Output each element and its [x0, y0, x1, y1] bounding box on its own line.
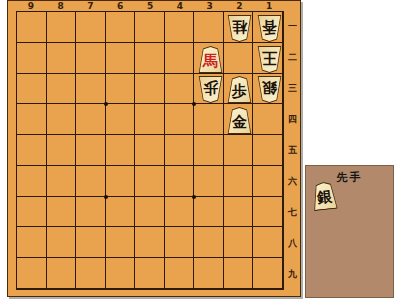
file-label-1: 1: [254, 1, 284, 11]
rank-label-9: 九: [284, 259, 301, 290]
file-label-8: 8: [46, 1, 76, 11]
rank-label-2: 二: [284, 42, 301, 73]
file-label-7: 7: [76, 1, 106, 11]
piece-3c-gote-pawn[interactable]: 歩: [198, 76, 223, 103]
file-label-5: 5: [135, 1, 165, 11]
piece-2a-gote-knight[interactable]: 桂: [227, 15, 252, 42]
rank-label-7: 七: [284, 197, 301, 228]
rank-label-4: 四: [284, 104, 301, 135]
shogi-board: 9 8 7 6 5 4 3 2 1 桂 香: [7, 0, 301, 297]
rank-label-5: 五: [284, 135, 301, 166]
rank-label-6: 六: [284, 166, 301, 197]
file-label-9: 9: [16, 1, 46, 11]
shogi-diagram: 9 8 7 6 5 4 3 2 1 桂 香: [0, 0, 400, 302]
piece-kanji: 銀: [311, 181, 339, 211]
file-label-2: 2: [224, 1, 254, 11]
rank-labels: 一 二 三 四 五 六 七 八 九: [284, 11, 301, 290]
piece-kanji: 歩: [198, 76, 223, 103]
file-label-3: 3: [195, 1, 225, 11]
file-labels: 9 8 7 6 5 4 3 2 1: [16, 1, 284, 11]
star-point: [192, 195, 196, 199]
star-point: [104, 195, 108, 199]
star-point: [104, 102, 108, 106]
piece-kanji: 桂: [227, 15, 252, 42]
piece-1b-gote-king[interactable]: 王: [257, 46, 282, 73]
board-grid[interactable]: 桂 香 馬 王 歩: [16, 11, 284, 290]
piece-2d-sente-gold[interactable]: 金: [227, 107, 252, 134]
file-label-6: 6: [105, 1, 135, 11]
hand-piece-silver[interactable]: 銀: [311, 181, 339, 211]
rank-label-1: 一: [284, 11, 301, 42]
rank-label-3: 三: [284, 73, 301, 104]
star-point: [192, 102, 196, 106]
piece-kanji: 馬: [198, 46, 223, 73]
sente-komadai: 先手 銀: [305, 165, 394, 298]
piece-1a-gote-lance[interactable]: 香: [257, 15, 282, 42]
rank-label-8: 八: [284, 228, 301, 259]
piece-kanji: 金: [227, 107, 252, 134]
piece-kanji: 香: [257, 15, 282, 42]
piece-kanji: 王: [257, 46, 282, 73]
piece-kanji: 銀: [257, 76, 282, 103]
piece-kanji: 歩: [227, 76, 252, 103]
piece-3b-sente-promoted-bishop[interactable]: 馬: [198, 46, 223, 73]
file-label-4: 4: [165, 1, 195, 11]
piece-1c-gote-silver[interactable]: 銀: [257, 76, 282, 103]
piece-2c-sente-pawn[interactable]: 歩: [227, 76, 252, 103]
